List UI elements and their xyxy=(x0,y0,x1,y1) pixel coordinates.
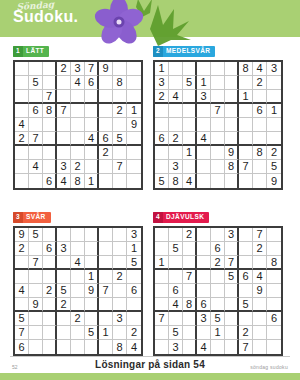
sudoku-1-cell-r5c2 xyxy=(29,118,43,132)
sudoku-1-cell-r3c3: 7 xyxy=(43,90,57,104)
sudoku-2-cell-r1c3 xyxy=(183,62,197,76)
sudoku-4-cell-r7c9: 6 xyxy=(267,312,281,326)
sudoku-1-cell-r5c3 xyxy=(43,118,57,132)
sudoku-1-cell-r5c8 xyxy=(113,118,127,132)
sudoku-4-cell-r9c9 xyxy=(267,340,281,354)
sudoku-4-cell-r8c7: 2 xyxy=(239,326,253,340)
sudoku-1-cell-r7c7: 2 xyxy=(99,146,113,160)
sudoku-4-cell-r4c2 xyxy=(169,270,183,284)
sudoku-4-cell-r3c6: 7 xyxy=(225,256,239,270)
sudoku-2-cell-r6c7 xyxy=(239,132,253,146)
puzzle-4-difficulty-label: DJÄVULSK xyxy=(163,212,209,223)
sudoku-4-cell-r6c1 xyxy=(155,298,169,312)
sudoku-1-cell-r2c5: 4 xyxy=(71,76,85,90)
sudoku-3-cell-r9c6 xyxy=(85,340,99,354)
sudoku-1-cell-r1c8 xyxy=(113,62,127,76)
sudoku-2-cell-r8c5 xyxy=(211,160,225,174)
sudoku-1-cell-r1c5: 3 xyxy=(71,62,85,76)
footer-divider xyxy=(10,356,290,357)
sudoku-2-cell-r8c7: 7 xyxy=(239,160,253,174)
sudoku-2-cell-r5c2 xyxy=(169,118,183,132)
sudoku-3-cell-r1c6 xyxy=(85,228,99,242)
sudoku-1-cell-r8c6 xyxy=(85,160,99,174)
sudoku-2-cell-r2c4: 1 xyxy=(197,76,211,90)
sudoku-3-cell-r2c3: 6 xyxy=(43,242,57,256)
sudoku-4-cell-r4c4 xyxy=(197,270,211,284)
sudoku-2-cell-r2c5 xyxy=(211,76,225,90)
sudoku-1-cell-r6c5 xyxy=(71,132,85,146)
sudoku-4-cell-r8c1 xyxy=(155,326,169,340)
sudoku-3-cell-r7c6 xyxy=(85,312,99,326)
footer-issue-text: söndag sudoku xyxy=(250,364,288,370)
sudoku-2-cell-r5c4 xyxy=(197,118,211,132)
sudoku-2-cell-r9c7 xyxy=(239,174,253,188)
sudoku-1-cell-r9c8 xyxy=(113,174,127,188)
sudoku-3-cell-r2c5 xyxy=(71,242,85,256)
puzzle-3-number: 3 xyxy=(13,212,23,223)
puzzle-4: 4 DJÄVULSK 23756212787564694865735651234… xyxy=(153,205,285,356)
sudoku-1-cell-r2c7 xyxy=(99,76,113,90)
sudoku-1-cell-r6c9 xyxy=(127,132,141,146)
sudoku-1-cell-r2c2: 5 xyxy=(29,76,43,90)
sudoku-1-cell-r3c7 xyxy=(99,90,113,104)
sudoku-1-cell-r6c7: 6 xyxy=(99,132,113,146)
sudoku-3-cell-r7c5: 2 xyxy=(71,312,85,326)
sudoku-2-cell-r2c8: 2 xyxy=(253,76,267,90)
sudoku-2-cell-r1c8: 4 xyxy=(253,62,267,76)
puzzle-1-number: 1 xyxy=(13,46,23,57)
sudoku-2-cell-r4c6 xyxy=(225,104,239,118)
puzzle-2-number: 2 xyxy=(153,46,163,57)
sudoku-4-cell-r2c4 xyxy=(197,242,211,256)
sudoku-3-cell-r4c3 xyxy=(43,270,57,284)
sudoku-1-cell-r3c8 xyxy=(113,90,127,104)
sudoku-2-cell-r5c6 xyxy=(225,118,239,132)
sudoku-4-cell-r7c3 xyxy=(183,312,197,326)
sudoku-1-cell-r2c1 xyxy=(15,76,29,90)
sudoku-1-cell-r8c1 xyxy=(15,160,29,174)
sudoku-2-cell-r1c2 xyxy=(169,62,183,76)
sudoku-4-cell-r1c4 xyxy=(197,228,211,242)
sudoku-1-cell-r9c5: 8 xyxy=(71,174,85,188)
sudoku-1-cell-r5c5 xyxy=(71,118,85,132)
sudoku-1-cell-r4c3: 8 xyxy=(43,104,57,118)
sudoku-4-cell-r3c7 xyxy=(239,256,253,270)
sudoku-1-cell-r2c9 xyxy=(127,76,141,90)
sudoku-4-cell-r1c1 xyxy=(155,228,169,242)
sudoku-1-cell-r4c2: 6 xyxy=(29,104,43,118)
sudoku-4-cell-r8c8 xyxy=(253,326,267,340)
sudoku-4-cell-r7c4: 3 xyxy=(197,312,211,326)
sudoku-3-cell-r3c2: 7 xyxy=(29,256,43,270)
sudoku-2-cell-r3c8 xyxy=(253,90,267,104)
sudoku-3-cell-r1c5 xyxy=(71,228,85,242)
sudoku-2-cell-r2c9 xyxy=(267,76,281,90)
sudoku-3-cell-r5c6: 9 xyxy=(85,284,99,298)
sudoku-2-cell-r3c1: 2 xyxy=(155,90,169,104)
sudoku-4-cell-r7c5: 5 xyxy=(211,312,225,326)
sudoku-4-cell-r7c6 xyxy=(225,312,239,326)
sudoku-1-cell-r4c8: 2 xyxy=(113,104,127,118)
sudoku-2-cell-r7c3: 1 xyxy=(183,146,197,160)
sudoku-3-cell-r7c9 xyxy=(127,312,141,326)
sudoku-2-cell-r1c1: 1 xyxy=(155,62,169,76)
sudoku-3-cell-r7c2 xyxy=(29,312,43,326)
sudoku-4-cell-r1c9 xyxy=(267,228,281,242)
sudoku-1-cell-r5c4 xyxy=(57,118,71,132)
sudoku-2-cell-r1c5 xyxy=(211,62,225,76)
sudoku-1-cell-r4c7 xyxy=(99,104,113,118)
sudoku-2-cell-r6c9 xyxy=(267,132,281,146)
sudoku-3-cell-r3c7 xyxy=(99,256,113,270)
sudoku-grid-4: 237562127875646948657356512347 xyxy=(153,226,283,356)
sudoku-4-cell-r6c8 xyxy=(253,298,267,312)
sudoku-2-cell-r3c9 xyxy=(267,90,281,104)
sudoku-3-cell-r4c4 xyxy=(57,270,71,284)
sudoku-4-cell-r5c3 xyxy=(183,284,197,298)
sudoku-2-cell-r2c3: 5 xyxy=(183,76,197,90)
sudoku-4-cell-r8c5: 1 xyxy=(211,326,225,340)
sudoku-3-cell-r8c7: 1 xyxy=(99,326,113,340)
sudoku-1-cell-r3c6 xyxy=(85,90,99,104)
sudoku-3-cell-r8c5 xyxy=(71,326,85,340)
sudoku-3-cell-r6c8 xyxy=(113,298,127,312)
sudoku-2-cell-r7c9: 2 xyxy=(267,146,281,160)
sudoku-4-cell-r4c7: 6 xyxy=(239,270,253,284)
sudoku-2-cell-r9c4 xyxy=(197,174,211,188)
sudoku-2-cell-r7c6: 9 xyxy=(225,146,239,160)
sudoku-1-cell-r3c4 xyxy=(57,90,71,104)
puzzle-3: 3 SVÅR 953263174512425976925237512684 xyxy=(13,205,145,356)
sudoku-1-cell-r7c2 xyxy=(29,146,43,160)
puzzle-1: 1 LÄTT 237954687687214927465243276481 xyxy=(13,39,145,190)
sudoku-3-cell-r8c6: 5 xyxy=(85,326,99,340)
sudoku-4-cell-r4c5 xyxy=(211,270,225,284)
sudoku-1-cell-r7c6 xyxy=(85,146,99,160)
sudoku-3-cell-r6c9 xyxy=(127,298,141,312)
sudoku-4-cell-r7c2 xyxy=(169,312,183,326)
sudoku-3-cell-r9c9: 4 xyxy=(127,340,141,354)
sudoku-2-cell-r9c6 xyxy=(225,174,239,188)
sudoku-4-cell-r9c8 xyxy=(253,340,267,354)
sudoku-4-cell-r1c7 xyxy=(239,228,253,242)
sudoku-4-cell-r3c5: 2 xyxy=(211,256,225,270)
sudoku-1-cell-r4c6 xyxy=(85,104,99,118)
sudoku-1-cell-r6c6: 4 xyxy=(85,132,99,146)
sudoku-1-cell-r9c9 xyxy=(127,174,141,188)
sudoku-4-cell-r5c8: 9 xyxy=(253,284,267,298)
sudoku-3-cell-r1c4 xyxy=(57,228,71,242)
sudoku-4-cell-r7c1: 7 xyxy=(155,312,169,326)
sudoku-2-cell-r8c3 xyxy=(183,160,197,174)
sudoku-3-cell-r6c3 xyxy=(43,298,57,312)
sudoku-2-cell-r2c7 xyxy=(239,76,253,90)
sudoku-2-cell-r5c5 xyxy=(211,118,225,132)
sudoku-3-cell-r4c5 xyxy=(71,270,85,284)
sudoku-4-cell-r5c7 xyxy=(239,284,253,298)
sudoku-4-cell-r9c1 xyxy=(155,340,169,354)
sudoku-4-cell-r7c7 xyxy=(239,312,253,326)
sudoku-2-cell-r5c8 xyxy=(253,118,267,132)
sudoku-1-cell-r2c6: 6 xyxy=(85,76,99,90)
sudoku-3-cell-r1c3 xyxy=(43,228,57,242)
sudoku-1-cell-r8c9 xyxy=(127,160,141,174)
sudoku-2-cell-r4c1 xyxy=(155,104,169,118)
sudoku-4-cell-r9c6 xyxy=(225,340,239,354)
sudoku-4-cell-r9c4: 4 xyxy=(197,340,211,354)
sudoku-4-cell-r5c9 xyxy=(267,284,281,298)
sudoku-4-cell-r6c5 xyxy=(211,298,225,312)
sudoku-1-cell-r3c2 xyxy=(29,90,43,104)
sudoku-grid-2: 184335122431761624198238755849 xyxy=(153,60,283,190)
sudoku-1-cell-r7c4 xyxy=(57,146,71,160)
sudoku-4-cell-r8c3 xyxy=(183,326,197,340)
sudoku-3-cell-r1c2: 5 xyxy=(29,228,43,242)
sudoku-3-cell-r4c2 xyxy=(29,270,43,284)
sudoku-1-cell-r2c8: 8 xyxy=(113,76,127,90)
sudoku-3-cell-r2c7 xyxy=(99,242,113,256)
puzzle-3-difficulty-label: SVÅR xyxy=(23,212,51,223)
header-band: Söndag Sudoku. xyxy=(0,0,300,37)
sudoku-1-cell-r9c3: 6 xyxy=(43,174,57,188)
sudoku-2-cell-r4c5: 7 xyxy=(211,104,225,118)
sudoku-2-cell-r9c3: 4 xyxy=(183,174,197,188)
puzzle-2-difficulty-label: MEDELSVÅR xyxy=(163,46,215,57)
sudoku-1-cell-r5c7 xyxy=(99,118,113,132)
sudoku-4-cell-r5c6 xyxy=(225,284,239,298)
sudoku-1-cell-r1c6: 7 xyxy=(85,62,99,76)
sudoku-2-cell-r7c8: 8 xyxy=(253,146,267,160)
sudoku-4-cell-r2c5: 6 xyxy=(211,242,225,256)
sudoku-3-cell-r4c9 xyxy=(127,270,141,284)
sudoku-4-cell-r9c3 xyxy=(183,340,197,354)
sudoku-2-cell-r4c9: 1 xyxy=(267,104,281,118)
sudoku-4-cell-r2c1 xyxy=(155,242,169,256)
sudoku-2-cell-r7c4 xyxy=(197,146,211,160)
sudoku-1-cell-r7c8 xyxy=(113,146,127,160)
puzzle-2: 2 MEDELSVÅR 1843351224317616241982387558… xyxy=(153,39,285,190)
sudoku-4-cell-r3c8 xyxy=(253,256,267,270)
sudoku-3-cell-r3c3 xyxy=(43,256,57,270)
sudoku-3-cell-r4c1 xyxy=(15,270,29,284)
sudoku-4-cell-r4c1 xyxy=(155,270,169,284)
sudoku-3-cell-r9c7 xyxy=(99,340,113,354)
sudoku-3-cell-r9c1: 6 xyxy=(15,340,29,354)
sudoku-3-cell-r2c1: 2 xyxy=(15,242,29,256)
sudoku-2-cell-r5c1 xyxy=(155,118,169,132)
sudoku-1-cell-r5c1: 4 xyxy=(15,118,29,132)
sudoku-2-cell-r4c2 xyxy=(169,104,183,118)
sudoku-2-cell-r1c9: 3 xyxy=(267,62,281,76)
sudoku-2-cell-r7c1 xyxy=(155,146,169,160)
sudoku-3-cell-r6c6 xyxy=(85,298,99,312)
sudoku-4-cell-r5c1 xyxy=(155,284,169,298)
sudoku-2-cell-r3c7: 1 xyxy=(239,90,253,104)
sudoku-1-cell-r3c5 xyxy=(71,90,85,104)
sudoku-3-cell-r3c4 xyxy=(57,256,71,270)
sudoku-grid-1: 237954687687214927465243276481 xyxy=(13,60,143,190)
sudoku-3-cell-r8c3 xyxy=(43,326,57,340)
sudoku-1-cell-r6c2: 7 xyxy=(29,132,43,146)
sudoku-3-cell-r2c6 xyxy=(85,242,99,256)
sudoku-1-cell-r6c1: 2 xyxy=(15,132,29,146)
sudoku-1-cell-r4c1 xyxy=(15,104,29,118)
sudoku-4-cell-r6c7: 5 xyxy=(239,298,253,312)
sudoku-3-cell-r8c2 xyxy=(29,326,43,340)
puzzle-2-difficulty-badge: 2 MEDELSVÅR xyxy=(153,46,215,57)
sudoku-3-cell-r5c2 xyxy=(29,284,43,298)
sudoku-3-cell-r2c2 xyxy=(29,242,43,256)
sudoku-2-cell-r3c2: 4 xyxy=(169,90,183,104)
sudoku-4-cell-r7c8 xyxy=(253,312,267,326)
sudoku-2-cell-r3c4: 3 xyxy=(197,90,211,104)
sudoku-2-cell-r1c4 xyxy=(197,62,211,76)
sudoku-2-cell-r9c8 xyxy=(253,174,267,188)
sudoku-grid-3: 953263174512425976925237512684 xyxy=(13,226,143,356)
sudoku-4-cell-r9c5 xyxy=(211,340,225,354)
sudoku-3-cell-r6c1 xyxy=(15,298,29,312)
puzzle-4-number: 4 xyxy=(153,212,163,223)
sudoku-3-cell-r9c2 xyxy=(29,340,43,354)
sudoku-3-cell-r8c9: 2 xyxy=(127,326,141,340)
sudoku-4-cell-r3c3 xyxy=(183,256,197,270)
sudoku-3-cell-r1c1: 9 xyxy=(15,228,29,242)
sudoku-4-cell-r2c8: 2 xyxy=(253,242,267,256)
sudoku-2-cell-r9c2: 8 xyxy=(169,174,183,188)
sudoku-2-cell-r9c5 xyxy=(211,174,225,188)
sudoku-3-cell-r9c8: 8 xyxy=(113,340,127,354)
sudoku-1-cell-r5c6 xyxy=(85,118,99,132)
sudoku-3-cell-r3c8 xyxy=(113,256,127,270)
sudoku-4-cell-r3c4 xyxy=(197,256,211,270)
puzzle-1-difficulty-label: LÄTT xyxy=(23,46,49,57)
sudoku-3-cell-r2c4: 3 xyxy=(57,242,71,256)
sudoku-4-cell-r2c9 xyxy=(267,242,281,256)
sudoku-1-cell-r4c5 xyxy=(71,104,85,118)
sudoku-1-cell-r1c2 xyxy=(29,62,43,76)
sudoku-3-cell-r7c7 xyxy=(99,312,113,326)
sudoku-3-cell-r7c1: 5 xyxy=(15,312,29,326)
sudoku-3-cell-r3c9: 5 xyxy=(127,256,141,270)
sudoku-2-cell-r8c1 xyxy=(155,160,169,174)
sudoku-1-cell-r6c4 xyxy=(57,132,71,146)
sudoku-3-cell-r6c4: 2 xyxy=(57,298,71,312)
sudoku-1-cell-r4c4: 7 xyxy=(57,104,71,118)
sudoku-1-cell-r8c5: 2 xyxy=(71,160,85,174)
sudoku-2-cell-r8c2: 3 xyxy=(169,160,183,174)
sudoku-3-cell-r5c3: 2 xyxy=(43,284,57,298)
sudoku-1-cell-r7c3 xyxy=(43,146,57,160)
sudoku-3-cell-r1c7 xyxy=(99,228,113,242)
sudoku-1-cell-r8c2: 4 xyxy=(29,160,43,174)
sudoku-3-cell-r8c8 xyxy=(113,326,127,340)
sudoku-2-cell-r4c4 xyxy=(197,104,211,118)
sudoku-4-cell-r5c4 xyxy=(197,284,211,298)
sudoku-2-cell-r1c7: 8 xyxy=(239,62,253,76)
puzzle-4-difficulty-badge: 4 DJÄVULSK xyxy=(153,212,209,223)
sudoku-4-cell-r6c2: 4 xyxy=(169,298,183,312)
sudoku-4-cell-r3c9: 8 xyxy=(267,256,281,270)
sudoku-1-cell-r9c7 xyxy=(99,174,113,188)
sudoku-1-cell-r9c2 xyxy=(29,174,43,188)
sudoku-4-cell-r8c2: 5 xyxy=(169,326,183,340)
sudoku-3-cell-r9c5 xyxy=(71,340,85,354)
sudoku-3-cell-r4c7 xyxy=(99,270,113,284)
sudoku-2-cell-r6c8 xyxy=(253,132,267,146)
sudoku-1-cell-r6c3 xyxy=(43,132,57,146)
sudoku-1-cell-r7c9 xyxy=(127,146,141,160)
sudoku-2-cell-r7c2 xyxy=(169,146,183,160)
sudoku-1-cell-r7c1 xyxy=(15,146,29,160)
sudoku-2-cell-r6c3 xyxy=(183,132,197,146)
sudoku-1-cell-r9c1 xyxy=(15,174,29,188)
sudoku-1-cell-r6c8: 5 xyxy=(113,132,127,146)
sudoku-2-cell-r6c2: 2 xyxy=(169,132,183,146)
sudoku-3-cell-r3c6 xyxy=(85,256,99,270)
sudoku-1-cell-r5c9: 9 xyxy=(127,118,141,132)
sudoku-4-cell-r6c4: 6 xyxy=(197,298,211,312)
sudoku-1-cell-r8c3 xyxy=(43,160,57,174)
sudoku-4-cell-r8c4 xyxy=(197,326,211,340)
sudoku-4-cell-r8c6 xyxy=(225,326,239,340)
sudoku-2-cell-r6c5 xyxy=(211,132,225,146)
sudoku-4-cell-r6c9 xyxy=(267,298,281,312)
sudoku-2-cell-r4c7 xyxy=(239,104,253,118)
sudoku-3-cell-r7c3 xyxy=(43,312,57,326)
sudoku-3-cell-r2c9: 1 xyxy=(127,242,141,256)
sudoku-4-cell-r4c9 xyxy=(267,270,281,284)
sudoku-1-cell-r2c4 xyxy=(57,76,71,90)
magazine-logo: Söndag Sudoku. xyxy=(13,3,78,25)
sudoku-1-cell-r3c1 xyxy=(15,90,29,104)
sudoku-1-cell-r9c4: 4 xyxy=(57,174,71,188)
sudoku-1-cell-r1c1 xyxy=(15,62,29,76)
sudoku-4-cell-r4c6: 5 xyxy=(225,270,239,284)
sudoku-4-cell-r4c8: 4 xyxy=(253,270,267,284)
sudoku-3-cell-r8c4 xyxy=(57,326,71,340)
puzzle-3-difficulty-badge: 3 SVÅR xyxy=(13,212,51,223)
sudoku-2-cell-r2c6 xyxy=(225,76,239,90)
sudoku-2-cell-r4c3 xyxy=(183,104,197,118)
sudoku-2-cell-r3c5 xyxy=(211,90,225,104)
sudoku-4-cell-r1c3: 2 xyxy=(183,228,197,242)
sudoku-3-cell-r5c7: 7 xyxy=(99,284,113,298)
sudoku-4-cell-r8c9 xyxy=(267,326,281,340)
sudoku-3-cell-r5c9: 6 xyxy=(127,284,141,298)
sudoku-2-cell-r2c2 xyxy=(169,76,183,90)
sudoku-3-cell-r9c3 xyxy=(43,340,57,354)
sudoku-3-cell-r4c8: 2 xyxy=(113,270,127,284)
sudoku-1-cell-r8c4: 3 xyxy=(57,160,71,174)
sudoku-4-cell-r3c2 xyxy=(169,256,183,270)
sudoku-2-cell-r5c3 xyxy=(183,118,197,132)
sudoku-2-cell-r4c8: 6 xyxy=(253,104,267,118)
bottom-green-bar xyxy=(0,373,300,380)
sudoku-1-cell-r4c9: 1 xyxy=(127,104,141,118)
sudoku-2-cell-r7c5 xyxy=(211,146,225,160)
sudoku-3-cell-r4c6: 1 xyxy=(85,270,99,284)
sudoku-2-cell-r8c8 xyxy=(253,160,267,174)
sudoku-2-cell-r3c6 xyxy=(225,90,239,104)
sudoku-3-cell-r7c4 xyxy=(57,312,71,326)
sudoku-2-cell-r5c9 xyxy=(267,118,281,132)
sudoku-2-cell-r8c6: 8 xyxy=(225,160,239,174)
sudoku-3-cell-r8c1: 7 xyxy=(15,326,29,340)
sudoku-2-cell-r8c4 xyxy=(197,160,211,174)
sudoku-1-cell-r1c3 xyxy=(43,62,57,76)
sudoku-4-cell-r1c8: 7 xyxy=(253,228,267,242)
sudoku-4-cell-r3c1: 1 xyxy=(155,256,169,270)
